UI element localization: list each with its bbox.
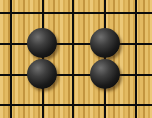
board-intersection[interactable] — [121, 90, 152, 118]
board-intersection[interactable] — [121, 59, 152, 90]
black-stone — [27, 59, 57, 89]
board-intersection[interactable] — [89, 59, 120, 90]
board-intersection[interactable] — [27, 90, 58, 118]
board-intersection[interactable] — [58, 59, 89, 90]
board-intersection[interactable] — [121, 28, 152, 59]
board-intersection[interactable] — [27, 28, 58, 59]
black-stone — [90, 59, 120, 89]
board-intersection[interactable] — [58, 0, 89, 28]
go-board — [0, 0, 152, 118]
board-intersection[interactable] — [58, 28, 89, 59]
board-intersection[interactable] — [89, 28, 120, 59]
board-intersection[interactable] — [27, 59, 58, 90]
board-intersection[interactable] — [0, 0, 27, 28]
board-intersection[interactable] — [0, 59, 27, 90]
board-intersection[interactable] — [89, 90, 120, 118]
black-stone — [90, 28, 120, 58]
board-intersection[interactable] — [121, 0, 152, 28]
board-intersection[interactable] — [27, 0, 58, 28]
board-intersection[interactable] — [58, 90, 89, 118]
black-stone — [27, 28, 57, 58]
board-intersection[interactable] — [0, 28, 27, 59]
go-board-grid — [0, 0, 152, 118]
board-intersection[interactable] — [0, 90, 27, 118]
board-intersection[interactable] — [89, 0, 120, 28]
